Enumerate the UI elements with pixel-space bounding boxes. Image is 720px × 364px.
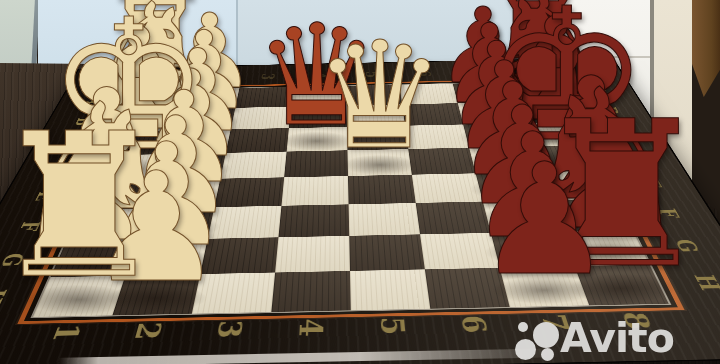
avito-logo-dot-small bbox=[518, 322, 528, 332]
red-pawn[interactable]: ♟ bbox=[476, 142, 614, 296]
board-square[interactable] bbox=[349, 203, 420, 236]
board-square[interactable] bbox=[350, 269, 430, 310]
coordinate-label: 4 bbox=[291, 318, 329, 337]
avito-logo-dot-tiny bbox=[541, 348, 554, 361]
pawn-glyph: ♟ bbox=[476, 142, 614, 296]
queen-glyph: ♛ bbox=[313, 22, 446, 170]
avito-watermark-text: Avito bbox=[560, 314, 674, 362]
coordinate-label: 3 bbox=[209, 320, 249, 339]
board-square[interactable] bbox=[278, 204, 349, 237]
white-queen[interactable]: ♛ bbox=[313, 22, 446, 170]
coordinate-label: 6 bbox=[453, 315, 494, 334]
board-square[interactable] bbox=[275, 236, 350, 273]
avito-logo-dot-large bbox=[533, 322, 559, 348]
rook-glyph: ♜ bbox=[0, 109, 168, 308]
white-rook[interactable]: ♜ bbox=[0, 109, 168, 308]
photo-stage: 1122334455667788AABBCCDDEEFFGGHH ♜♞♝♚♝♞♜… bbox=[0, 0, 720, 364]
coordinate-label: 1 bbox=[44, 323, 88, 342]
avito-watermark: Avito bbox=[508, 314, 720, 364]
avito-logo-dot-medium bbox=[515, 339, 536, 360]
coordinate-label: 5 bbox=[373, 317, 412, 336]
board-square[interactable] bbox=[349, 234, 425, 271]
coordinate-label: 2 bbox=[126, 322, 168, 341]
board-square[interactable] bbox=[271, 271, 350, 312]
